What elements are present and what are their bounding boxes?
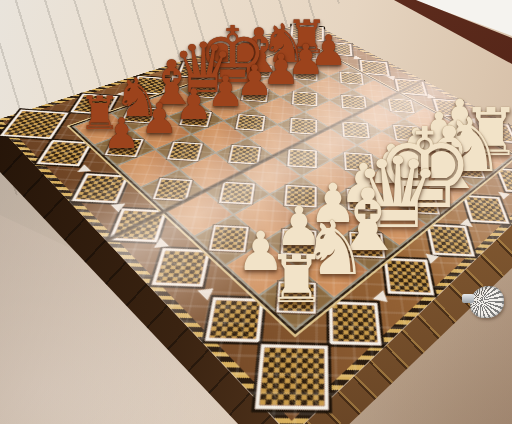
box-latch-icon — [470, 286, 504, 318]
mosaic-square-motif — [287, 149, 317, 169]
piece-white-rook-a1[interactable]: ♜ — [267, 247, 326, 313]
mosaic-square-motif — [167, 141, 203, 161]
piece-black-pawn-a7[interactable]: ♟ — [103, 113, 141, 155]
piece-black-pawn-c7[interactable]: ♟ — [175, 84, 213, 126]
mosaic-square-motif — [235, 114, 265, 131]
mosaic-medallion — [205, 297, 264, 343]
mosaic-medallion — [329, 301, 382, 346]
piece-black-pawn-b7[interactable]: ♟ — [141, 98, 179, 140]
photo-scene: ♜♞♝♛♚♝♞♜♟♟♟♟♟♟♟♟♟♟♟♟♟♟♟♟♜♞♝♛♚♝♞♜ — [0, 0, 512, 424]
mosaic-medallion — [255, 344, 330, 411]
mosaic-square-motif — [219, 182, 255, 205]
mosaic-medallion — [151, 248, 210, 287]
